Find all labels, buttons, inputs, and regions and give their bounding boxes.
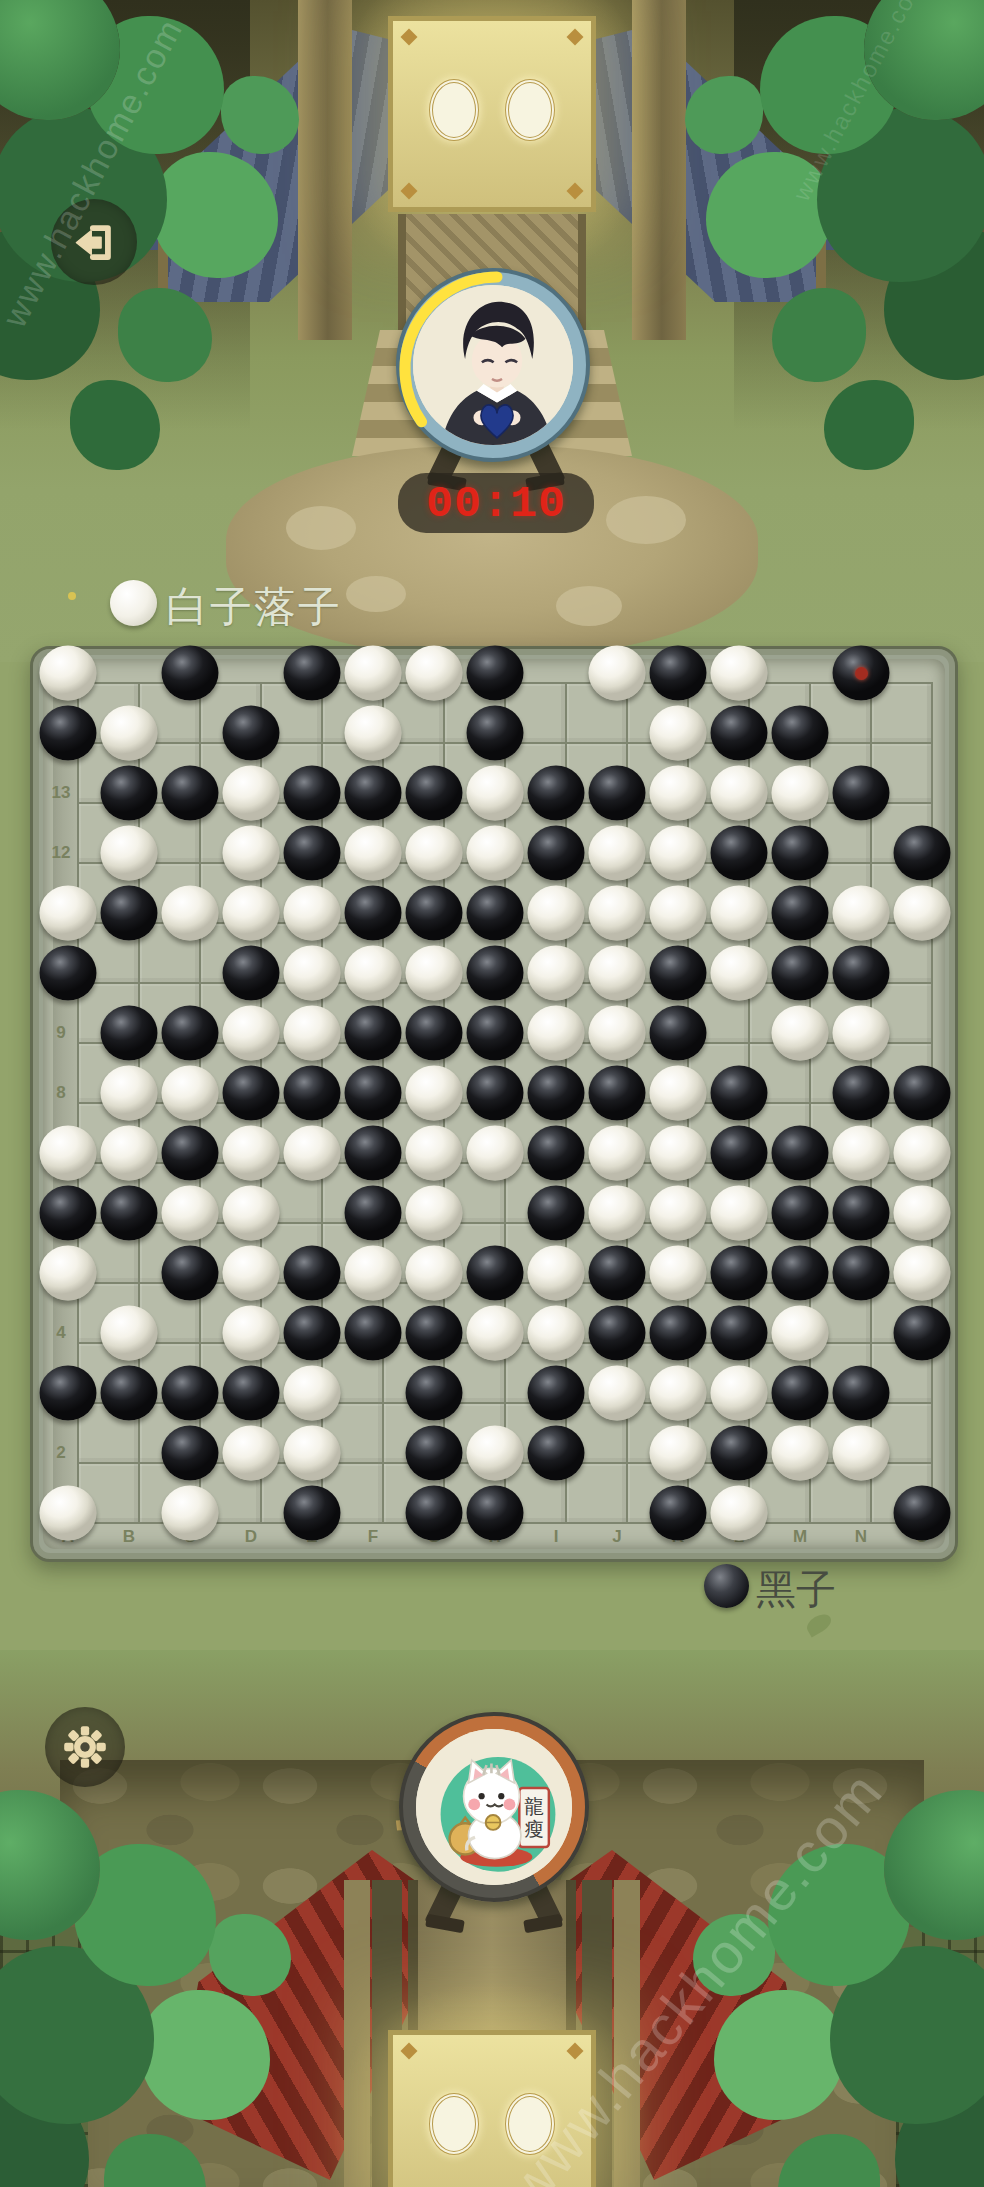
white-stone <box>101 1126 158 1181</box>
white-stone <box>162 886 219 941</box>
white-stone <box>467 766 524 821</box>
black-stone <box>345 886 402 941</box>
black-stone <box>528 1426 585 1481</box>
black-stone <box>894 1066 951 1121</box>
white-stone <box>40 646 97 701</box>
black-stone-icon <box>704 1564 749 1608</box>
black-stone <box>345 1006 402 1061</box>
black-stone <box>162 1246 219 1301</box>
black-stone <box>772 1366 829 1421</box>
white-stone <box>284 946 341 1001</box>
white-stone <box>528 1246 585 1301</box>
white-stone <box>345 1246 402 1301</box>
gear-icon <box>59 1721 111 1773</box>
golden-door-panel <box>388 16 596 212</box>
white-stone <box>345 826 402 881</box>
black-stone <box>711 1246 768 1301</box>
black-stone <box>467 886 524 941</box>
white-stone <box>223 826 280 881</box>
settings-button[interactable] <box>45 1707 125 1787</box>
black-stone <box>406 1426 463 1481</box>
white-stone <box>406 1126 463 1181</box>
white-stone <box>40 886 97 941</box>
last-move-marker <box>855 667 868 680</box>
black-stone <box>650 946 707 1001</box>
white-stone-icon <box>110 580 157 626</box>
black-stone <box>772 1246 829 1301</box>
black-stone <box>589 1306 646 1361</box>
black-stone <box>589 1066 646 1121</box>
black-stone <box>589 766 646 821</box>
black-stone <box>162 1426 219 1481</box>
black-stone <box>406 1006 463 1061</box>
black-stone <box>833 1246 890 1301</box>
black-stone <box>345 1306 402 1361</box>
black-stone <box>101 1006 158 1061</box>
black-stone <box>101 1186 158 1241</box>
white-stone <box>223 1306 280 1361</box>
opponent-side-indicator: 黑子 <box>700 1560 960 1616</box>
white-stone <box>589 1186 646 1241</box>
turn-timer-arc <box>396 268 598 470</box>
sparkle-dot <box>68 592 76 600</box>
black-stone <box>528 1066 585 1121</box>
black-stone <box>345 1126 402 1181</box>
white-stone <box>528 886 585 941</box>
white-stone <box>284 1126 341 1181</box>
black-stone <box>467 1066 524 1121</box>
black-stone <box>223 946 280 1001</box>
black-stone <box>345 766 402 821</box>
black-stone <box>833 1186 890 1241</box>
black-stone <box>406 886 463 941</box>
white-stone <box>650 1066 707 1121</box>
black-stone <box>772 706 829 761</box>
white-stone <box>650 1366 707 1421</box>
black-stone <box>711 1066 768 1121</box>
white-stone <box>894 1126 951 1181</box>
black-stone <box>284 1246 341 1301</box>
white-stone <box>101 1066 158 1121</box>
white-stone <box>589 886 646 941</box>
black-stone <box>40 1186 97 1241</box>
white-stone <box>223 1426 280 1481</box>
black-stone <box>833 1066 890 1121</box>
white-stone <box>711 886 768 941</box>
board: 151413121110987654321ABCDEFGHIJKLMNO <box>30 646 958 1562</box>
white-stone <box>833 1426 890 1481</box>
black-stone <box>101 886 158 941</box>
white-stone <box>711 646 768 701</box>
white-stone <box>650 766 707 821</box>
opponent-avatar[interactable] <box>396 268 590 462</box>
black-stone <box>467 1246 524 1301</box>
black-stone <box>528 1186 585 1241</box>
black-stone <box>162 646 219 701</box>
black-stone <box>711 706 768 761</box>
white-stone <box>894 1246 951 1301</box>
black-stone <box>467 646 524 701</box>
white-stone <box>406 1186 463 1241</box>
move-timer-value: 00:10 <box>398 479 594 530</box>
white-stone <box>711 766 768 821</box>
black-stone <box>711 1306 768 1361</box>
black-stone <box>40 946 97 1001</box>
white-stone <box>589 946 646 1001</box>
door-oval-right <box>505 79 555 141</box>
black-stone <box>406 1486 463 1541</box>
black-stone <box>467 1486 524 1541</box>
white-stone <box>894 886 951 941</box>
black-stone <box>528 1366 585 1421</box>
white-stone <box>162 1066 219 1121</box>
white-stone <box>101 1306 158 1361</box>
white-stone <box>650 826 707 881</box>
lucky-cat-art: 龍 瘦 <box>416 1729 572 1885</box>
black-stone <box>772 946 829 1001</box>
white-stone <box>589 1006 646 1061</box>
black-stone <box>467 1006 524 1061</box>
move-timer: 00:10 <box>398 473 594 533</box>
black-stone <box>101 766 158 821</box>
player-portrait: 龍 瘦 <box>416 1729 572 1885</box>
black-stone <box>772 1126 829 1181</box>
black-stone <box>467 946 524 1001</box>
black-stone <box>406 1366 463 1421</box>
black-stone <box>223 1366 280 1421</box>
white-stone <box>223 766 280 821</box>
black-stone <box>772 1186 829 1241</box>
foliage-bottom-left <box>0 1750 340 2187</box>
white-stone <box>589 826 646 881</box>
black-stone <box>40 1366 97 1421</box>
black-stone <box>833 1366 890 1421</box>
white-stone <box>772 766 829 821</box>
white-stone <box>467 1306 524 1361</box>
door-oval-left <box>429 79 479 141</box>
white-stone <box>223 1126 280 1181</box>
black-stone <box>162 1006 219 1061</box>
white-stone <box>589 1366 646 1421</box>
white-stone <box>833 1006 890 1061</box>
white-stone <box>650 706 707 761</box>
white-stone <box>223 1246 280 1301</box>
white-stone <box>467 1126 524 1181</box>
svg-text:瘦: 瘦 <box>524 1818 544 1840</box>
white-stone <box>650 1246 707 1301</box>
white-stone <box>711 1486 768 1541</box>
black-stone <box>772 826 829 881</box>
white-stone <box>406 946 463 1001</box>
black-stone <box>406 1306 463 1361</box>
black-stone <box>223 1066 280 1121</box>
white-stone <box>406 646 463 701</box>
white-stone <box>223 886 280 941</box>
white-stone <box>772 1426 829 1481</box>
black-stone <box>650 1486 707 1541</box>
white-stone <box>467 1426 524 1481</box>
black-stone <box>284 646 341 701</box>
black-stone <box>162 1126 219 1181</box>
turn-indicator-text: 白子落子 <box>166 579 342 635</box>
white-stone <box>833 1126 890 1181</box>
black-stone <box>406 766 463 821</box>
white-stone <box>223 1006 280 1061</box>
black-stone <box>284 766 341 821</box>
black-stone <box>528 766 585 821</box>
foliage-top-right <box>634 0 984 420</box>
black-stone <box>894 1486 951 1541</box>
white-stone <box>101 826 158 881</box>
white-stone <box>223 1186 280 1241</box>
white-stone <box>528 1006 585 1061</box>
white-stone <box>345 646 402 701</box>
black-stone <box>467 706 524 761</box>
black-stone <box>284 1486 341 1541</box>
white-stone <box>40 1126 97 1181</box>
player-avatar[interactable]: 龍 瘦 <box>399 1712 589 1902</box>
black-stone <box>650 646 707 701</box>
black-stone <box>40 706 97 761</box>
white-stone <box>650 1126 707 1181</box>
white-stone <box>589 646 646 701</box>
white-stone <box>894 1186 951 1241</box>
black-stone <box>589 1246 646 1301</box>
black-stone <box>650 1306 707 1361</box>
black-stone <box>650 1006 707 1061</box>
black-stone <box>345 1066 402 1121</box>
white-stone <box>528 1306 585 1361</box>
black-stone <box>894 826 951 881</box>
white-stone <box>284 1006 341 1061</box>
black-side-text: 黑子 <box>756 1562 836 1617</box>
white-stone <box>101 706 158 761</box>
stones-layer <box>33 649 955 1559</box>
game-screen: 00:10 白子落子 151413121110987654321ABCDEFGH… <box>0 0 984 2187</box>
white-stone <box>284 1426 341 1481</box>
white-stone <box>345 706 402 761</box>
white-stone <box>406 826 463 881</box>
white-stone <box>284 1366 341 1421</box>
black-stone <box>833 766 890 821</box>
white-stone <box>40 1486 97 1541</box>
svg-text:龍: 龍 <box>524 1795 544 1817</box>
white-stone <box>406 1246 463 1301</box>
white-stone <box>589 1126 646 1181</box>
white-stone <box>162 1486 219 1541</box>
black-stone <box>284 826 341 881</box>
black-stone <box>711 826 768 881</box>
black-stone <box>528 826 585 881</box>
white-stone <box>650 1186 707 1241</box>
white-stone <box>406 1066 463 1121</box>
white-stone <box>40 1246 97 1301</box>
black-stone <box>528 1126 585 1181</box>
black-stone <box>894 1306 951 1361</box>
black-stone <box>772 886 829 941</box>
white-stone <box>650 886 707 941</box>
white-stone <box>711 946 768 1001</box>
black-stone <box>345 1186 402 1241</box>
white-stone <box>467 826 524 881</box>
turn-indicator: 白子落子 <box>64 576 464 636</box>
white-stone <box>833 886 890 941</box>
black-stone <box>284 1306 341 1361</box>
white-stone <box>772 1306 829 1361</box>
black-stone <box>833 646 890 701</box>
white-stone <box>711 1366 768 1421</box>
black-stone <box>284 1066 341 1121</box>
white-stone <box>772 1006 829 1061</box>
black-stone <box>223 706 280 761</box>
black-stone <box>711 1126 768 1181</box>
white-stone <box>650 1426 707 1481</box>
white-stone <box>162 1186 219 1241</box>
white-stone <box>284 886 341 941</box>
black-stone <box>833 946 890 1001</box>
black-stone <box>162 1366 219 1421</box>
white-stone <box>345 946 402 1001</box>
white-stone <box>528 946 585 1001</box>
white-stone <box>711 1186 768 1241</box>
black-stone <box>711 1426 768 1481</box>
black-stone <box>162 766 219 821</box>
black-stone <box>101 1366 158 1421</box>
